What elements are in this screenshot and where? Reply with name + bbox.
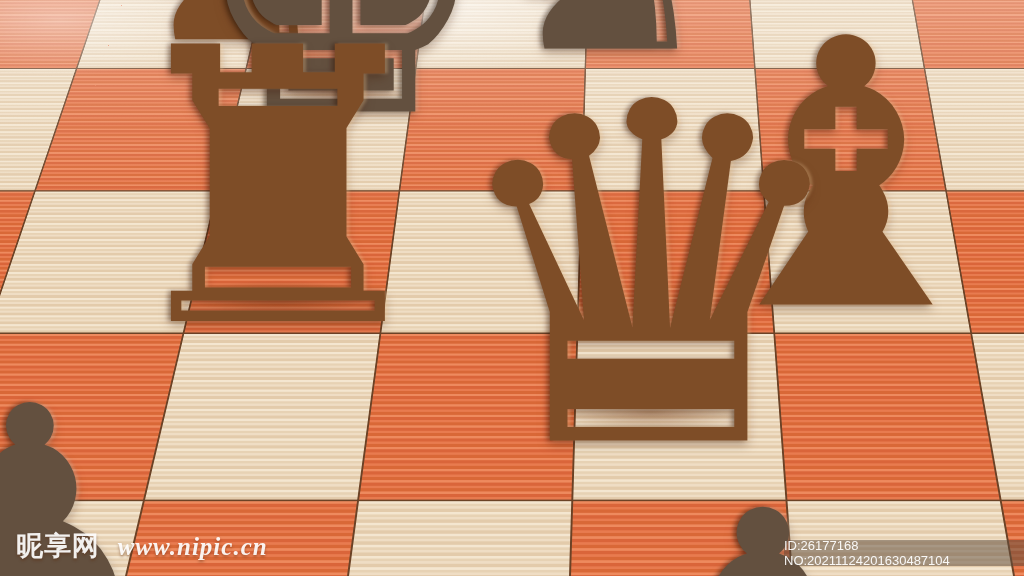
watermark-site-url: www.nipic.cn xyxy=(110,533,267,560)
square-g7 xyxy=(906,0,1024,68)
square-e5 xyxy=(578,192,773,333)
square-f5 xyxy=(765,192,970,333)
square-d5 xyxy=(381,192,580,333)
square-f7 xyxy=(748,0,924,68)
square-e6 xyxy=(582,69,763,190)
id-text: ID:26177168 NO:20211124201630487104 xyxy=(784,538,1024,568)
chess-photo-stage: ♞♞♚♝♜♛♟♟ 昵享网 www.nipic.cn ID:26177168 NO… xyxy=(0,0,1024,576)
square-b7 xyxy=(78,0,271,68)
square-e3 xyxy=(567,501,800,576)
square-e4 xyxy=(573,334,785,500)
square-d7 xyxy=(417,0,588,68)
square-d3 xyxy=(333,501,572,576)
chess-board xyxy=(0,0,1024,576)
square-f4 xyxy=(775,334,999,500)
site-watermark: 昵享网 www.nipic.cn xyxy=(16,528,268,564)
square-c4 xyxy=(145,334,379,500)
square-b5 xyxy=(0,192,216,333)
watermark-site-name: 昵享网 xyxy=(16,530,100,561)
square-c5 xyxy=(185,192,399,333)
square-d6 xyxy=(400,69,584,190)
id-strip: ID:26177168 NO:20211124201630487104 xyxy=(784,540,1024,566)
square-c7 xyxy=(247,0,429,68)
perspective-scene xyxy=(0,0,1024,576)
square-f6 xyxy=(756,69,945,190)
square-c6 xyxy=(218,69,415,190)
square-e7 xyxy=(586,0,754,68)
square-d4 xyxy=(359,334,576,500)
